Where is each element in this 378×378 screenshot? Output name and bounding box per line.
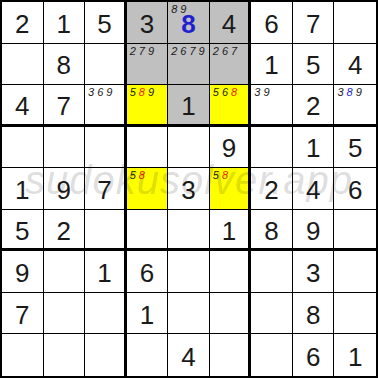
cell-r6c4[interactable] [127, 210, 169, 252]
cell-r1c4[interactable]: 3 [127, 2, 169, 44]
cell-r1c2[interactable]: 1 [44, 2, 86, 44]
cell-r9c5[interactable]: 4 [168, 334, 210, 376]
cell-value: 1 [168, 85, 209, 124]
cell-r1c6[interactable]: 4 [210, 2, 252, 44]
cell-value: 9 [210, 127, 249, 168]
cell-r4c1[interactable] [2, 127, 44, 169]
cell-r6c8[interactable]: 9 [293, 210, 335, 252]
candidate-digit: 6 [222, 45, 228, 57]
cell-r4c8[interactable]: 1 [293, 127, 335, 169]
cell-value: 4 [293, 168, 334, 209]
cell-r8c2[interactable] [44, 293, 86, 335]
cell-r6c5[interactable] [168, 210, 210, 252]
cell-r3c3[interactable]: 369 [85, 85, 127, 127]
cell-r1c1[interactable]: 2 [2, 2, 44, 44]
cell-r6c9[interactable] [334, 210, 376, 252]
cell-value: 7 [44, 85, 85, 124]
cell-r3c2[interactable]: 7 [44, 85, 86, 127]
pencil-marks: 89 [171, 3, 186, 15]
candidate-digit: 7 [231, 45, 237, 57]
cell-r2c5[interactable]: 2679 [168, 44, 210, 86]
cell-r3c1[interactable]: 4 [2, 85, 44, 127]
cell-value: 1 [251, 44, 292, 85]
candidate-digit: 9 [263, 86, 269, 98]
candidate-digit: 6 [180, 45, 186, 57]
cell-r5c6[interactable]: 58 [210, 168, 252, 210]
cell-value: 1 [127, 293, 168, 334]
candidate-digit: 5 [213, 86, 219, 98]
cell-r7c8[interactable]: 3 [293, 251, 335, 293]
cell-r2c4[interactable]: 279 [127, 44, 169, 86]
cell-r6c3[interactable] [85, 210, 127, 252]
candidate-digit: 2 [213, 45, 219, 57]
cell-r5c5[interactable]: 3 [168, 168, 210, 210]
cell-r5c3[interactable]: 7 [85, 168, 127, 210]
cell-r8c5[interactable] [168, 293, 210, 335]
cell-value: 6 [251, 2, 292, 43]
cell-value: 4 [168, 334, 209, 376]
cell-value: 1 [85, 251, 124, 292]
candidate-digit: 8 [171, 3, 177, 15]
candidate-digit: 8 [222, 169, 228, 181]
cell-r3c9[interactable]: 389 [334, 85, 376, 127]
cell-r3c7[interactable]: 39 [251, 85, 293, 127]
cell-r7c5[interactable] [168, 251, 210, 293]
cell-r4c6[interactable]: 9 [210, 127, 252, 169]
cell-r6c1[interactable]: 5 [2, 210, 44, 252]
candidate-digit: 9 [106, 86, 112, 98]
cell-r9c3[interactable] [85, 334, 127, 376]
cell-r5c2[interactable]: 9 [44, 168, 86, 210]
cell-value: 5 [2, 210, 43, 249]
candidate-digit: 9 [148, 45, 154, 57]
cell-r5c4[interactable]: 58 [127, 168, 169, 210]
cell-value: 5 [85, 2, 124, 43]
sudoku-board: 2153898467827926792671544736958915683923… [0, 0, 378, 378]
candidate-digit: 7 [189, 45, 195, 57]
cell-r2c9[interactable]: 4 [334, 44, 376, 86]
cell-r5c9[interactable]: 6 [334, 168, 376, 210]
cell-r4c5[interactable] [168, 127, 210, 169]
cell-r9c9[interactable]: 1 [334, 334, 376, 376]
candidate-digit: 3 [254, 86, 260, 98]
cell-value: 7 [2, 293, 43, 334]
cell-r8c6[interactable] [210, 293, 252, 335]
candidate-digit: 7 [139, 45, 145, 57]
cell-value: 4 [210, 2, 249, 43]
cell-r6c7[interactable]: 8 [251, 210, 293, 252]
pencil-marks: 58 [130, 169, 145, 181]
candidate-digit: 9 [356, 86, 362, 98]
cell-value: 6 [127, 251, 168, 292]
cell-value: 7 [293, 2, 334, 43]
candidate-digit: 8 [231, 86, 237, 98]
cell-r9c1[interactable] [2, 334, 44, 376]
cell-value: 1 [210, 210, 249, 249]
candidate-digit: 9 [199, 45, 205, 57]
cell-r2c6[interactable]: 267 [210, 44, 252, 86]
cell-value: 9 [2, 251, 43, 292]
cell-r3c5[interactable]: 1 [168, 85, 210, 127]
cell-r1c3[interactable]: 5 [85, 2, 127, 44]
candidate-digit: 5 [130, 169, 136, 181]
candidate-digit: 5 [130, 86, 136, 98]
candidate-digit: 6 [97, 86, 103, 98]
pencil-marks: 389 [337, 86, 361, 98]
candidate-digit: 5 [213, 169, 219, 181]
cell-r7c3[interactable]: 1 [85, 251, 127, 293]
cell-value: 4 [2, 85, 43, 124]
cell-value: 6 [293, 334, 334, 376]
cell-value: 7 [85, 168, 124, 209]
cell-r2c2[interactable]: 8 [44, 44, 86, 86]
pencil-marks: 568 [213, 86, 237, 98]
cell-r2c7[interactable]: 1 [251, 44, 293, 86]
cell-r1c5[interactable]: 898 [168, 2, 210, 44]
candidate-digit: 2 [171, 45, 177, 57]
candidate-digit: 8 [347, 86, 353, 98]
cell-r4c2[interactable] [44, 127, 86, 169]
cell-value: 3 [293, 251, 334, 292]
cell-value: 1 [334, 334, 376, 376]
cell-r4c4[interactable] [127, 127, 169, 169]
cell-r5c1[interactable]: 1 [2, 168, 44, 210]
cell-value: 8 [293, 293, 334, 334]
cell-r2c1[interactable] [2, 44, 44, 86]
cell-value: 1 [2, 168, 43, 209]
cell-value: 6 [334, 168, 376, 209]
cell-value: 1 [44, 2, 85, 43]
pencil-marks: 279 [130, 45, 154, 57]
pencil-marks: 39 [254, 86, 269, 98]
cell-value: 8 [44, 44, 85, 85]
cell-r7c7[interactable] [251, 251, 293, 293]
cell-r8c3[interactable] [85, 293, 127, 335]
cell-r5c7[interactable]: 2 [251, 168, 293, 210]
cell-r4c9[interactable]: 5 [334, 127, 376, 169]
candidate-digit: 2 [130, 45, 136, 57]
cell-r9c6[interactable] [210, 334, 252, 376]
cell-value: 3 [127, 2, 168, 43]
cell-r7c9[interactable] [334, 251, 376, 293]
cell-value: 4 [334, 44, 376, 85]
cell-value: 9 [44, 168, 85, 209]
cell-r7c6[interactable] [210, 251, 252, 293]
cell-r8c7[interactable] [251, 293, 293, 335]
cell-r9c4[interactable] [127, 334, 169, 376]
cell-r1c7[interactable]: 6 [251, 2, 293, 44]
cell-r4c3[interactable] [85, 127, 127, 169]
cell-r8c8[interactable]: 8 [293, 293, 335, 335]
candidate-digit: 8 [139, 169, 145, 181]
cell-r8c1[interactable]: 7 [2, 293, 44, 335]
candidate-digit: 8 [139, 86, 145, 98]
cell-r8c9[interactable] [334, 293, 376, 335]
cell-value: 2 [293, 85, 334, 124]
cell-value: 2 [2, 2, 43, 43]
cell-r1c9[interactable] [334, 2, 376, 44]
cell-r2c8[interactable]: 5 [293, 44, 335, 86]
pencil-marks: 589 [130, 86, 154, 98]
cell-r8c4[interactable]: 1 [127, 293, 169, 335]
cell-r9c7[interactable] [251, 334, 293, 376]
cell-r3c4[interactable]: 589 [127, 85, 169, 127]
cell-r9c2[interactable] [44, 334, 86, 376]
candidate-digit: 9 [180, 3, 186, 15]
cell-value: 5 [334, 127, 376, 168]
cell-r7c1[interactable]: 9 [2, 251, 44, 293]
cell-r6c6[interactable]: 1 [210, 210, 252, 252]
cell-r5c8[interactable]: 4 [293, 168, 335, 210]
candidate-digit: 9 [148, 86, 154, 98]
candidate-digit: 3 [337, 86, 343, 98]
cell-r7c4[interactable]: 6 [127, 251, 169, 293]
cell-value: 2 [44, 210, 85, 249]
cell-r2c3[interactable] [85, 44, 127, 86]
cell-r7c2[interactable] [44, 251, 86, 293]
cell-r9c8[interactable]: 6 [293, 334, 335, 376]
cell-value: 5 [293, 44, 334, 85]
cell-r4c7[interactable] [251, 127, 293, 169]
candidate-digit: 3 [88, 86, 94, 98]
cell-r6c2[interactable]: 2 [44, 210, 86, 252]
pencil-marks: 267 [213, 45, 237, 57]
cell-r3c6[interactable]: 568 [210, 85, 252, 127]
cell-value: 1 [293, 127, 334, 168]
cell-value: 9 [293, 210, 334, 249]
pencil-marks: 58 [213, 169, 228, 181]
cell-value: 2 [251, 168, 292, 209]
cell-value: 8 [251, 210, 292, 249]
cell-value: 3 [168, 168, 209, 209]
pencil-marks: 369 [88, 86, 112, 98]
cell-r3c8[interactable]: 2 [293, 85, 335, 127]
candidate-digit: 6 [222, 86, 228, 98]
pencil-marks: 2679 [171, 45, 205, 57]
cell-r1c8[interactable]: 7 [293, 2, 335, 44]
